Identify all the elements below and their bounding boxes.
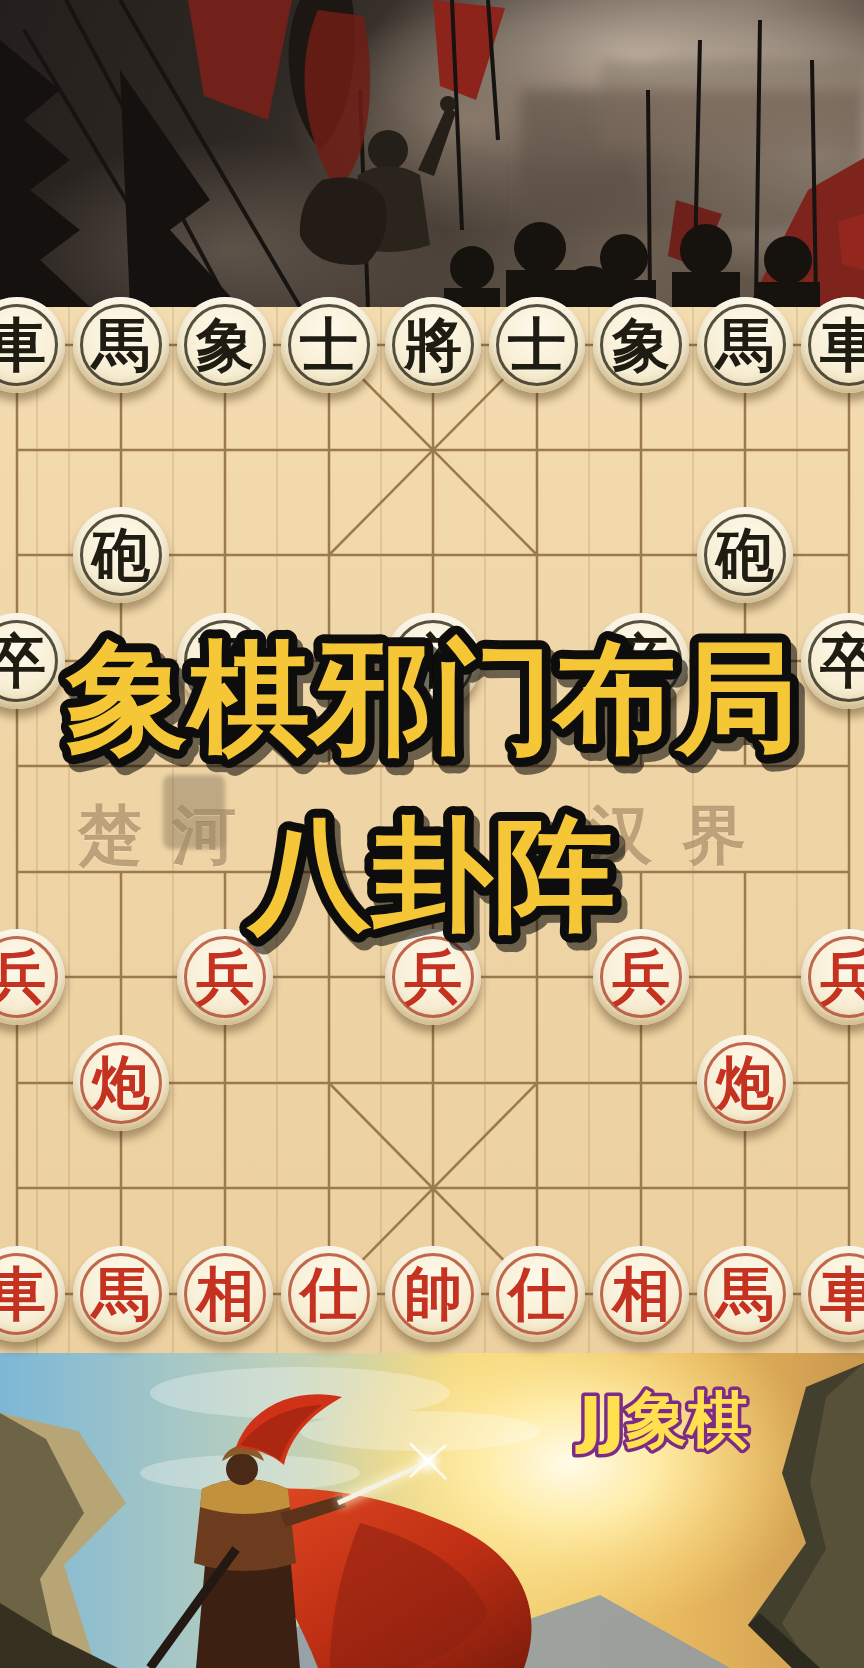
piece-glyph: 兵	[820, 948, 864, 1006]
piece-glyph: 士	[300, 316, 358, 374]
bottom-hero-banner: JJ象棋	[0, 1353, 864, 1668]
piece-black-chariot[interactable]: 車	[801, 297, 864, 393]
piece-glyph: 馬	[716, 1265, 774, 1323]
piece-glyph: 相	[196, 1265, 254, 1323]
piece-black-elephant[interactable]: 象	[177, 297, 273, 393]
piece-black-chariot[interactable]: 車	[0, 297, 65, 393]
piece-glyph: 車	[820, 1265, 864, 1323]
piece-glyph: 象	[612, 316, 670, 374]
pieces-layer: 車馬象士將士象馬車砲砲卒卒卒卒卒兵兵兵兵兵炮炮車馬相仕帥仕相馬車	[0, 307, 864, 1353]
piece-red-advisor[interactable]: 仕	[281, 1246, 377, 1342]
piece-red-chariot[interactable]: 車	[0, 1246, 65, 1342]
piece-red-soldier[interactable]: 兵	[801, 929, 864, 1025]
piece-black-advisor[interactable]: 士	[489, 297, 585, 393]
piece-glyph: 車	[820, 316, 864, 374]
piece-black-soldier[interactable]: 卒	[801, 613, 864, 709]
piece-black-general[interactable]: 將	[385, 297, 481, 393]
piece-black-advisor[interactable]: 士	[281, 297, 377, 393]
piece-black-soldier[interactable]: 卒	[177, 613, 273, 709]
piece-glyph: 卒	[612, 632, 670, 690]
piece-black-soldier[interactable]: 卒	[385, 613, 481, 709]
piece-red-horse[interactable]: 馬	[697, 1246, 793, 1342]
piece-black-soldier[interactable]: 卒	[593, 613, 689, 709]
piece-black-horse[interactable]: 馬	[73, 297, 169, 393]
piece-black-elephant[interactable]: 象	[593, 297, 689, 393]
xiangqi-board: 楚河 汉界 123456789 車馬象士將士象馬車砲砲卒卒卒卒卒兵兵兵兵兵炮炮車…	[0, 307, 864, 1353]
piece-red-general[interactable]: 帥	[385, 1246, 481, 1342]
battle-scene-illustration	[0, 0, 864, 307]
piece-red-soldier[interactable]: 兵	[385, 929, 481, 1025]
piece-glyph: 仕	[300, 1265, 358, 1323]
video-frame: 楚河 汉界 123456789 車馬象士將士象馬車砲砲卒卒卒卒卒兵兵兵兵兵炮炮車…	[0, 0, 864, 1668]
piece-glyph: 卒	[0, 632, 46, 690]
piece-glyph: 車	[0, 1265, 46, 1323]
piece-glyph: 帥	[404, 1265, 462, 1323]
piece-glyph: 仕	[508, 1265, 566, 1323]
piece-glyph: 車	[0, 316, 46, 374]
piece-glyph: 炮	[716, 1054, 774, 1112]
piece-black-soldier[interactable]: 卒	[0, 613, 65, 709]
piece-red-soldier[interactable]: 兵	[0, 929, 65, 1025]
piece-glyph: 兵	[196, 948, 254, 1006]
piece-red-horse[interactable]: 馬	[73, 1246, 169, 1342]
piece-red-cannon[interactable]: 炮	[697, 1035, 793, 1131]
piece-glyph: 相	[612, 1265, 670, 1323]
piece-red-elephant[interactable]: 相	[593, 1246, 689, 1342]
piece-glyph: 兵	[0, 948, 46, 1006]
piece-glyph: 士	[508, 316, 566, 374]
piece-red-soldier[interactable]: 兵	[593, 929, 689, 1025]
app-watermark: JJ象棋	[575, 1383, 749, 1456]
piece-red-cannon[interactable]: 炮	[73, 1035, 169, 1131]
piece-glyph: 馬	[92, 1265, 150, 1323]
piece-red-advisor[interactable]: 仕	[489, 1246, 585, 1342]
hero-scene-illustration: JJ象棋	[0, 1353, 864, 1668]
piece-glyph: 馬	[716, 316, 774, 374]
piece-glyph: 砲	[716, 526, 774, 584]
piece-red-elephant[interactable]: 相	[177, 1246, 273, 1342]
piece-glyph: 炮	[92, 1054, 150, 1112]
piece-glyph: 馬	[92, 316, 150, 374]
piece-glyph: 兵	[404, 948, 462, 1006]
piece-glyph: 卒	[820, 632, 864, 690]
top-battle-banner	[0, 0, 864, 307]
piece-glyph: 象	[196, 316, 254, 374]
piece-glyph: 兵	[612, 948, 670, 1006]
piece-glyph: 卒	[196, 632, 254, 690]
piece-black-cannon[interactable]: 砲	[73, 507, 169, 603]
piece-black-cannon[interactable]: 砲	[697, 507, 793, 603]
piece-glyph: 砲	[92, 526, 150, 584]
piece-red-soldier[interactable]: 兵	[177, 929, 273, 1025]
piece-glyph: 卒	[404, 632, 462, 690]
piece-red-chariot[interactable]: 車	[801, 1246, 864, 1342]
piece-black-horse[interactable]: 馬	[697, 297, 793, 393]
piece-glyph: 將	[404, 316, 462, 374]
